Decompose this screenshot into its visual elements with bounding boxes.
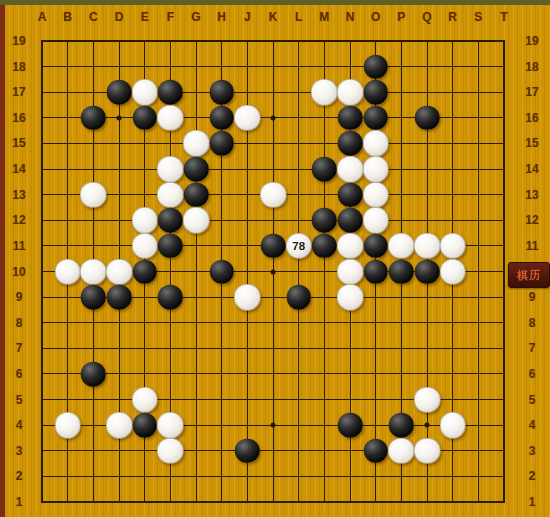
- stone-black-H16[interactable]: [209, 106, 234, 131]
- coord-row-right-19: 19: [525, 35, 538, 47]
- stone-black-H17[interactable]: [209, 80, 234, 105]
- coord-col-H: H: [217, 11, 226, 23]
- grid-line-horizontal: [41, 348, 505, 349]
- stone-black-O3[interactable]: [363, 438, 388, 463]
- coord-row-left-1: 1: [16, 496, 23, 508]
- coord-col-K: K: [269, 11, 278, 23]
- board-top-edge-strip: [0, 0, 550, 5]
- stone-white-C13[interactable]: [80, 181, 107, 208]
- stone-black-Q10[interactable]: [415, 259, 440, 284]
- coord-row-left-6: 6: [16, 368, 23, 380]
- coord-row-left-9: 9: [16, 291, 23, 303]
- stone-black-N4[interactable]: [338, 413, 363, 438]
- stone-white-F3[interactable]: [157, 437, 184, 464]
- stone-white-P11[interactable]: [388, 233, 415, 260]
- stone-white-M17[interactable]: [311, 79, 338, 106]
- coord-row-left-12: 12: [12, 214, 25, 226]
- coord-row-right-14: 14: [525, 163, 538, 175]
- stone-white-N17[interactable]: [337, 79, 364, 106]
- coord-row-left-11: 11: [13, 240, 26, 252]
- coord-col-E: E: [141, 11, 149, 23]
- stone-white-C10[interactable]: [80, 258, 107, 285]
- stone-black-C16[interactable]: [81, 106, 106, 131]
- coord-row-left-5: 5: [16, 394, 23, 406]
- hoshi-K10: [271, 269, 276, 274]
- stone-black-N16[interactable]: [338, 106, 363, 131]
- stone-black-P4[interactable]: [389, 413, 414, 438]
- stone-black-E4[interactable]: [132, 413, 157, 438]
- coord-row-right-18: 18: [525, 61, 538, 73]
- coord-col-B: B: [63, 11, 72, 23]
- watermark-badge: 棋历: [508, 262, 550, 288]
- coord-row-left-17: 17: [12, 86, 25, 98]
- stone-white-R4[interactable]: [439, 412, 466, 439]
- stone-white-E12[interactable]: [131, 207, 158, 234]
- coord-row-right-8: 8: [529, 317, 536, 329]
- grid-line-vertical: [503, 40, 505, 503]
- stone-black-E16[interactable]: [132, 106, 157, 131]
- stone-white-Q11[interactable]: [414, 233, 441, 260]
- coord-row-right-13: 13: [525, 189, 538, 201]
- coord-row-left-18: 18: [12, 61, 25, 73]
- grid-line-horizontal: [41, 501, 505, 503]
- coord-row-right-3: 3: [529, 445, 536, 457]
- stone-white-F4[interactable]: [157, 412, 184, 439]
- hoshi-D16: [117, 115, 122, 120]
- stone-white-Q3[interactable]: [414, 437, 441, 464]
- stone-white-D10[interactable]: [106, 258, 133, 285]
- stone-white-R11[interactable]: [439, 233, 466, 260]
- stone-black-Q16[interactable]: [415, 106, 440, 131]
- coord-row-right-9: 9: [529, 291, 536, 303]
- grid-line-horizontal: [41, 322, 505, 323]
- stone-black-G13[interactable]: [184, 182, 209, 207]
- stone-white-F13[interactable]: [157, 181, 184, 208]
- last-move-number: 78: [292, 240, 305, 252]
- stone-black-H15[interactable]: [209, 131, 234, 156]
- stone-white-O13[interactable]: [362, 181, 389, 208]
- stone-white-O12[interactable]: [362, 207, 389, 234]
- grid-line-vertical: [324, 40, 325, 503]
- stone-black-J3[interactable]: [235, 438, 260, 463]
- coord-col-J: J: [244, 11, 251, 23]
- coord-col-O: O: [371, 11, 380, 23]
- stone-black-H10[interactable]: [209, 259, 234, 284]
- stone-white-G15[interactable]: [183, 130, 210, 157]
- coord-row-left-15: 15: [12, 137, 25, 149]
- coord-col-N: N: [346, 11, 355, 23]
- stone-white-R10[interactable]: [439, 258, 466, 285]
- coord-col-F: F: [167, 11, 174, 23]
- stone-black-E10[interactable]: [132, 259, 157, 284]
- stone-black-F17[interactable]: [158, 80, 183, 105]
- coord-row-right-15: 15: [525, 137, 538, 149]
- stone-black-O10[interactable]: [363, 259, 388, 284]
- hoshi-K4: [271, 423, 276, 428]
- stone-white-L11[interactable]: 78: [285, 233, 312, 260]
- coord-row-right-12: 12: [525, 214, 538, 226]
- stone-white-J16[interactable]: [234, 105, 261, 132]
- coord-row-right-2: 2: [529, 470, 536, 482]
- coord-row-left-10: 10: [12, 266, 25, 278]
- coord-row-right-5: 5: [529, 394, 536, 406]
- grid-line-vertical: [478, 40, 479, 503]
- stone-white-N9[interactable]: [337, 284, 364, 311]
- stone-black-C6[interactable]: [81, 362, 106, 387]
- coord-row-right-6: 6: [529, 368, 536, 380]
- grid-line-horizontal: [41, 476, 505, 477]
- coord-row-left-16: 16: [12, 112, 25, 124]
- coord-col-C: C: [89, 11, 98, 23]
- coord-col-D: D: [115, 11, 124, 23]
- coord-row-left-14: 14: [12, 163, 25, 175]
- stone-white-B10[interactable]: [54, 258, 81, 285]
- stone-white-O14[interactable]: [362, 156, 389, 183]
- stone-black-N13[interactable]: [338, 182, 363, 207]
- stone-white-N11[interactable]: [337, 233, 364, 260]
- stone-white-E5[interactable]: [131, 386, 158, 413]
- stone-black-F9[interactable]: [158, 285, 183, 310]
- stone-white-G12[interactable]: [183, 207, 210, 234]
- coord-col-P: P: [397, 11, 405, 23]
- grid-line-vertical: [298, 40, 299, 503]
- stone-black-F11[interactable]: [158, 234, 183, 259]
- coord-col-L: L: [295, 11, 302, 23]
- stone-black-M12[interactable]: [312, 208, 337, 233]
- board-left-edge-strip: [0, 5, 5, 517]
- stone-white-K13[interactable]: [260, 181, 287, 208]
- grid-line-horizontal: [41, 373, 505, 374]
- coord-row-left-19: 19: [12, 35, 25, 47]
- coord-row-left-3: 3: [16, 445, 23, 457]
- coord-row-right-7: 7: [529, 342, 536, 354]
- coord-row-right-11: 11: [526, 240, 539, 252]
- stone-black-K11[interactable]: [261, 234, 286, 259]
- coord-col-G: G: [191, 11, 200, 23]
- coord-row-left-13: 13: [12, 189, 25, 201]
- coord-col-Q: Q: [422, 11, 431, 23]
- stone-white-E17[interactable]: [131, 79, 158, 106]
- stone-black-P10[interactable]: [389, 259, 414, 284]
- coord-row-right-16: 16: [525, 112, 538, 124]
- stone-white-B4[interactable]: [54, 412, 81, 439]
- stone-black-N15[interactable]: [338, 131, 363, 156]
- stone-white-F14[interactable]: [157, 156, 184, 183]
- coord-col-A: A: [38, 11, 47, 23]
- stone-black-F12[interactable]: [158, 208, 183, 233]
- coord-row-right-4: 4: [529, 419, 536, 431]
- coord-row-left-4: 4: [16, 419, 23, 431]
- stone-black-O16[interactable]: [363, 106, 388, 131]
- stone-white-Q5[interactable]: [414, 386, 441, 413]
- stone-black-M14[interactable]: [312, 157, 337, 182]
- stone-white-D4[interactable]: [106, 412, 133, 439]
- stone-white-O15[interactable]: [362, 130, 389, 157]
- stone-black-O18[interactable]: [363, 54, 388, 79]
- coord-row-left-7: 7: [16, 342, 23, 354]
- stone-black-M11[interactable]: [312, 234, 337, 259]
- stone-white-N14[interactable]: [337, 156, 364, 183]
- stone-white-P3[interactable]: [388, 437, 415, 464]
- coord-row-right-1: 1: [529, 496, 536, 508]
- coord-col-T: T: [500, 11, 507, 23]
- coord-col-S: S: [474, 11, 482, 23]
- go-board-screen: ABCDEFGHJKLMNOPQRST191817161514131211109…: [0, 0, 550, 517]
- stone-white-J9[interactable]: [234, 284, 261, 311]
- coord-col-R: R: [448, 11, 457, 23]
- coord-row-right-17: 17: [525, 86, 538, 98]
- stone-black-L9[interactable]: [286, 285, 311, 310]
- watermark-text: 棋历: [517, 268, 541, 283]
- stone-black-D9[interactable]: [107, 285, 132, 310]
- stone-black-N12[interactable]: [338, 208, 363, 233]
- hoshi-K16: [271, 115, 276, 120]
- stone-white-E11[interactable]: [131, 233, 158, 260]
- stone-black-D17[interactable]: [107, 80, 132, 105]
- coord-row-left-2: 2: [16, 470, 23, 482]
- stone-black-O17[interactable]: [363, 80, 388, 105]
- hoshi-Q4: [425, 423, 430, 428]
- stone-white-F16[interactable]: [157, 105, 184, 132]
- coord-col-M: M: [319, 11, 329, 23]
- stone-black-G14[interactable]: [184, 157, 209, 182]
- stone-black-O11[interactable]: [363, 234, 388, 259]
- coord-row-left-8: 8: [16, 317, 23, 329]
- stone-black-C9[interactable]: [81, 285, 106, 310]
- stone-white-N10[interactable]: [337, 258, 364, 285]
